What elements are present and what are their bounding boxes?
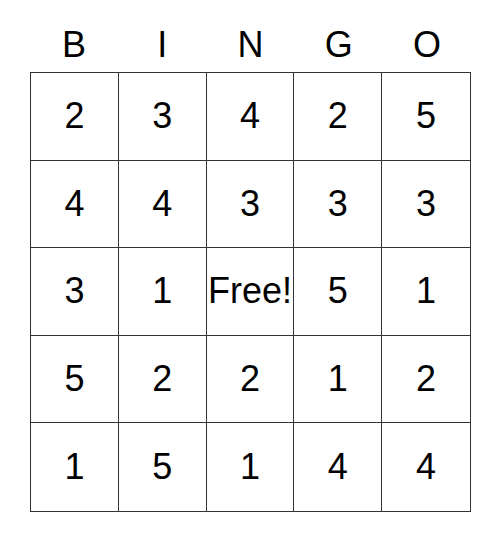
bingo-grid: 2 3 4 2 5 4 4 3 3 3 3 1 Free! 5 1 5 2 2 …	[30, 72, 471, 512]
bingo-cell-r5c2[interactable]: 5	[119, 423, 207, 511]
bingo-cell-r2c5[interactable]: 3	[382, 161, 470, 249]
bingo-cell-r4c5[interactable]: 2	[382, 336, 470, 424]
bingo-cell-r2c3[interactable]: 3	[207, 161, 295, 249]
header-letter-n: N	[206, 0, 294, 72]
bingo-cell-r3c2[interactable]: 1	[119, 248, 207, 336]
bingo-cell-r4c4[interactable]: 1	[294, 336, 382, 424]
bingo-cell-r3c5[interactable]: 1	[382, 248, 470, 336]
bingo-header: B I N G O	[30, 0, 471, 72]
header-letter-g: G	[295, 0, 383, 72]
bingo-cell-r2c2[interactable]: 4	[119, 161, 207, 249]
bingo-cell-r2c1[interactable]: 4	[31, 161, 119, 249]
header-letter-i: I	[118, 0, 206, 72]
bingo-cell-r3c1[interactable]: 3	[31, 248, 119, 336]
bingo-card: B I N G O 2 3 4 2 5 4 4 3 3 3 3 1 Free! …	[0, 0, 500, 544]
bingo-cell-r2c4[interactable]: 3	[294, 161, 382, 249]
bingo-cell-r1c1[interactable]: 2	[31, 73, 119, 161]
bingo-cell-r5c5[interactable]: 4	[382, 423, 470, 511]
bingo-cell-r1c5[interactable]: 5	[382, 73, 470, 161]
bingo-cell-r5c1[interactable]: 1	[31, 423, 119, 511]
bingo-cell-r4c1[interactable]: 5	[31, 336, 119, 424]
bingo-cell-r1c3[interactable]: 4	[207, 73, 295, 161]
header-letter-b: B	[30, 0, 118, 72]
bingo-cell-r1c4[interactable]: 2	[294, 73, 382, 161]
bingo-cell-r5c3[interactable]: 1	[207, 423, 295, 511]
header-letter-o: O	[383, 0, 471, 72]
bingo-cell-r4c2[interactable]: 2	[119, 336, 207, 424]
bingo-cell-r3c4[interactable]: 5	[294, 248, 382, 336]
bingo-cell-r1c2[interactable]: 3	[119, 73, 207, 161]
free-cell[interactable]: Free!	[207, 248, 295, 336]
bingo-cell-r4c3[interactable]: 2	[207, 336, 295, 424]
bingo-cell-r5c4[interactable]: 4	[294, 423, 382, 511]
